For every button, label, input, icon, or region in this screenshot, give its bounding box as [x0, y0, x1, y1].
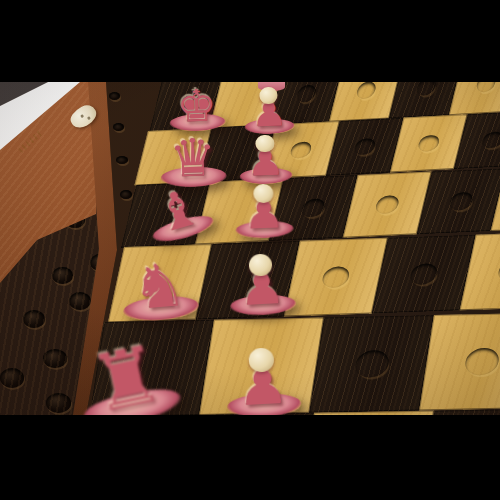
peg-hole: [320, 266, 351, 288]
peg-hole: [300, 199, 326, 218]
peg-hole: [415, 82, 437, 96]
peg-hole: [496, 260, 500, 282]
peg-hole: [481, 132, 500, 148]
letterbox-top: [0, 0, 500, 82]
square-c5[interactable]: [417, 168, 500, 234]
square-e6[interactable]: [449, 82, 500, 115]
peg-hole: [295, 85, 317, 103]
peg-hole: [355, 82, 377, 99]
bone-ball-finial: [255, 135, 274, 153]
piece-red-knight[interactable]: ♞: [117, 244, 201, 323]
photograph: ♚♛♝♞♜♟♟♟♟♟: [0, 82, 500, 415]
letterbox-bottom: [0, 415, 500, 500]
square-a4[interactable]: [419, 313, 500, 411]
photo-frame: ♚♛♝♞♜♟♟♟♟♟: [0, 0, 500, 500]
piece-red-pawn-d2[interactable]: ♟: [237, 133, 293, 185]
square-b3[interactable]: [284, 238, 388, 317]
peg-hole: [463, 348, 500, 375]
knight-glyph: ♞: [118, 253, 201, 320]
peg-hole: [448, 192, 474, 211]
peg-hole: [289, 142, 312, 158]
peg-hole: [353, 350, 390, 377]
piece-red-pawn-e2[interactable]: ♟: [242, 85, 296, 135]
piece-red-pawn-b2[interactable]: ♟: [227, 251, 298, 317]
piece-red-pawn-a2[interactable]: ♟: [224, 345, 303, 415]
peg-hole: [475, 82, 497, 92]
peg-hole: [417, 135, 440, 151]
king-glyph: ♚: [168, 83, 227, 129]
rook-glyph: ♜: [69, 330, 184, 415]
square-a3[interactable]: [309, 315, 434, 413]
square-b4[interactable]: [372, 235, 476, 314]
bone-ball-finial: [259, 87, 277, 104]
piece-red-pawn-c2[interactable]: ♟: [233, 182, 295, 239]
peg-hole: [353, 138, 376, 154]
peg-hole: [374, 195, 400, 214]
peg-hole: [408, 263, 439, 285]
